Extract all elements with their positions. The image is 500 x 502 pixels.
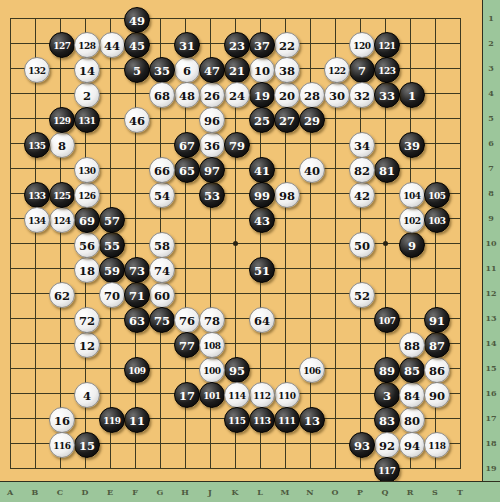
stone-119-black-E17[interactable]: 119 — [99, 407, 125, 433]
move-number: 63 — [129, 314, 145, 328]
row-label-19: 19 — [485, 464, 496, 472]
stone-51-black-L11[interactable]: 51 — [249, 257, 275, 283]
stone-70-white-E12[interactable]: 70 — [99, 282, 125, 308]
move-number: 2 — [83, 89, 91, 103]
go-board[interactable]: 1234567891011121314151617181920212223242… — [0, 0, 483, 482]
move-number: 13 — [304, 414, 320, 428]
stone-5-black-F3[interactable]: 5 — [124, 57, 150, 83]
stone-19-black-L4[interactable]: 19 — [249, 82, 275, 108]
grid-line-row-1 — [10, 18, 461, 19]
move-number: 117 — [378, 466, 395, 476]
move-number: 127 — [53, 41, 70, 51]
move-number: 29 — [304, 114, 320, 128]
move-number: 90 — [429, 389, 445, 403]
move-number: 28 — [304, 89, 320, 103]
stone-97-black-J7[interactable]: 97 — [199, 157, 225, 183]
move-number: 86 — [429, 364, 445, 378]
move-number: 105 — [428, 191, 445, 201]
move-number: 72 — [79, 314, 95, 328]
move-number: 89 — [379, 364, 395, 378]
stone-110-white-M16[interactable]: 110 — [274, 382, 300, 408]
stone-100-white-J15[interactable]: 100 — [199, 357, 225, 383]
move-number: 83 — [379, 414, 395, 428]
stone-76-white-H13[interactable]: 76 — [174, 307, 200, 333]
row-labels-strip — [482, 0, 500, 502]
column-label-D: D — [82, 488, 89, 496]
stone-23-black-K2[interactable]: 23 — [224, 32, 250, 58]
move-number: 97 — [204, 164, 220, 178]
move-number: 35 — [154, 64, 170, 78]
move-number: 112 — [253, 391, 270, 401]
stone-56-white-D10[interactable]: 56 — [74, 232, 100, 258]
move-number: 100 — [203, 366, 220, 376]
stone-34-white-P6[interactable]: 34 — [349, 132, 375, 158]
stone-26-white-J4[interactable]: 26 — [199, 82, 225, 108]
stone-96-white-J5[interactable]: 96 — [199, 107, 225, 133]
stone-93-black-P18[interactable]: 93 — [349, 432, 375, 458]
star-point-Q10 — [383, 241, 388, 246]
stone-33-black-Q4[interactable]: 33 — [374, 82, 400, 108]
move-number: 95 — [229, 364, 245, 378]
column-label-G: G — [157, 488, 164, 496]
column-label-L: L — [257, 488, 263, 496]
move-number: 131 — [78, 116, 95, 126]
move-number: 96 — [204, 114, 220, 128]
row-label-1: 1 — [488, 14, 494, 22]
move-number: 11 — [129, 414, 145, 428]
stone-31-black-H2[interactable]: 31 — [174, 32, 200, 58]
move-number: 119 — [103, 416, 120, 426]
column-label-O: O — [332, 488, 339, 496]
move-number: 48 — [179, 89, 195, 103]
stone-35-black-G3[interactable]: 35 — [149, 57, 175, 83]
move-number: 125 — [53, 191, 70, 201]
stone-81-black-Q7[interactable]: 81 — [374, 157, 400, 183]
stone-62-white-C12[interactable]: 62 — [49, 282, 75, 308]
move-number: 36 — [204, 139, 220, 153]
move-number: 118 — [428, 441, 445, 451]
move-number: 40 — [304, 164, 320, 178]
stone-57-black-E9[interactable]: 57 — [99, 207, 125, 233]
go-game-diagram: 1234567891011121314151617181920212223242… — [0, 0, 500, 502]
move-number: 67 — [179, 139, 195, 153]
stone-94-white-R18[interactable]: 94 — [399, 432, 425, 458]
stone-84-white-R16[interactable]: 84 — [399, 382, 425, 408]
move-number: 128 — [78, 41, 95, 51]
stone-16-white-C17[interactable]: 16 — [49, 407, 75, 433]
column-label-Q: Q — [382, 488, 389, 496]
stone-82-white-P7[interactable]: 82 — [349, 157, 375, 183]
stone-104-white-R8[interactable]: 104 — [399, 182, 425, 208]
stone-108-white-J14[interactable]: 108 — [199, 332, 225, 358]
move-number: 53 — [204, 189, 220, 203]
stone-117-black-Q19[interactable]: 117 — [374, 457, 400, 483]
column-label-S: S — [432, 488, 438, 496]
stone-40-white-N7[interactable]: 40 — [299, 157, 325, 183]
stone-18-white-D11[interactable]: 18 — [74, 257, 100, 283]
row-label-12: 12 — [485, 289, 496, 297]
stone-95-black-K15[interactable]: 95 — [224, 357, 250, 383]
stone-2-white-D4[interactable]: 2 — [74, 82, 100, 108]
stone-6-white-H3[interactable]: 6 — [174, 57, 200, 83]
move-number: 91 — [429, 314, 445, 328]
stone-128-white-D2[interactable]: 128 — [74, 32, 100, 58]
stone-17-black-H16[interactable]: 17 — [174, 382, 200, 408]
stone-68-white-G4[interactable]: 68 — [149, 82, 175, 108]
stone-89-black-Q15[interactable]: 89 — [374, 357, 400, 383]
stone-47-black-J3[interactable]: 47 — [199, 57, 225, 83]
grid-line-row-12 — [10, 293, 461, 294]
stone-130-white-D7[interactable]: 130 — [74, 157, 100, 183]
move-number: 92 — [379, 439, 395, 453]
move-number: 12 — [79, 339, 95, 353]
stone-115-black-K17[interactable]: 115 — [224, 407, 250, 433]
stone-9-black-R10[interactable]: 9 — [399, 232, 425, 258]
move-number: 130 — [78, 166, 95, 176]
row-label-14: 14 — [485, 339, 496, 347]
move-number: 32 — [354, 89, 370, 103]
move-number: 24 — [229, 89, 245, 103]
move-number: 84 — [404, 389, 420, 403]
move-number: 45 — [129, 39, 145, 53]
column-label-A: A — [7, 488, 13, 496]
row-label-8: 8 — [488, 189, 494, 197]
stone-8-white-C6[interactable]: 8 — [49, 132, 75, 158]
column-label-J: J — [208, 488, 212, 496]
move-number: 76 — [179, 314, 195, 328]
stone-48-white-H4[interactable]: 48 — [174, 82, 200, 108]
column-label-K: K — [232, 488, 239, 496]
stone-112-white-L16[interactable]: 112 — [249, 382, 275, 408]
stone-121-black-Q2[interactable]: 121 — [374, 32, 400, 58]
stone-65-black-H7[interactable]: 65 — [174, 157, 200, 183]
stone-20-white-M4[interactable]: 20 — [274, 82, 300, 108]
stone-53-black-J8[interactable]: 53 — [199, 182, 225, 208]
row-label-2: 2 — [488, 39, 494, 47]
move-number: 52 — [354, 289, 370, 303]
move-number: 27 — [279, 114, 295, 128]
move-number: 26 — [204, 89, 220, 103]
stone-131-black-D5[interactable]: 131 — [74, 107, 100, 133]
stone-73-black-F11[interactable]: 73 — [124, 257, 150, 283]
stone-12-white-D14[interactable]: 12 — [74, 332, 100, 358]
move-number: 14 — [79, 64, 95, 78]
move-number: 75 — [154, 314, 170, 328]
row-label-6: 6 — [488, 139, 494, 147]
stone-54-white-G8[interactable]: 54 — [149, 182, 175, 208]
move-number: 39 — [404, 139, 420, 153]
column-label-B: B — [32, 488, 39, 496]
move-number: 43 — [254, 214, 270, 228]
stone-46-white-F5[interactable]: 46 — [124, 107, 150, 133]
move-number: 115 — [228, 416, 245, 426]
stone-85-black-R15[interactable]: 85 — [399, 357, 425, 383]
move-number: 42 — [354, 189, 370, 203]
move-number: 4 — [83, 389, 91, 403]
stone-126-white-D8[interactable]: 126 — [74, 182, 100, 208]
stone-3-black-Q16[interactable]: 3 — [374, 382, 400, 408]
stone-106-white-N15[interactable]: 106 — [299, 357, 325, 383]
move-number: 129 — [53, 116, 70, 126]
stone-69-black-D9[interactable]: 69 — [74, 207, 100, 233]
stone-99-black-L8[interactable]: 99 — [249, 182, 275, 208]
stone-116-white-C18[interactable]: 116 — [49, 432, 75, 458]
move-number: 62 — [54, 289, 70, 303]
move-number: 65 — [179, 164, 195, 178]
move-number: 74 — [154, 264, 170, 278]
stone-66-white-G7[interactable]: 66 — [149, 157, 175, 183]
move-number: 23 — [229, 39, 245, 53]
move-number: 33 — [379, 89, 395, 103]
stone-103-black-S9[interactable]: 103 — [424, 207, 450, 233]
row-label-18: 18 — [485, 439, 496, 447]
move-number: 47 — [204, 64, 220, 78]
stone-4-white-D16[interactable]: 4 — [74, 382, 100, 408]
stone-13-black-N17[interactable]: 13 — [299, 407, 325, 433]
stone-134-white-B9[interactable]: 134 — [24, 207, 50, 233]
stone-83-black-Q17[interactable]: 83 — [374, 407, 400, 433]
column-label-M: M — [281, 488, 290, 496]
stone-63-black-F13[interactable]: 63 — [124, 307, 150, 333]
move-number: 70 — [104, 289, 120, 303]
row-label-4: 4 — [488, 89, 494, 97]
stone-133-black-B8[interactable]: 133 — [24, 182, 50, 208]
stone-29-black-N5[interactable]: 29 — [299, 107, 325, 133]
move-number: 34 — [354, 139, 370, 153]
move-number: 93 — [354, 439, 370, 453]
stone-52-white-P12[interactable]: 52 — [349, 282, 375, 308]
stone-124-white-C9[interactable]: 124 — [49, 207, 75, 233]
stone-107-black-Q13[interactable]: 107 — [374, 307, 400, 333]
move-number: 123 — [378, 66, 395, 76]
stone-135-black-B6[interactable]: 135 — [24, 132, 50, 158]
stone-129-black-C5[interactable]: 129 — [49, 107, 75, 133]
stone-28-white-N4[interactable]: 28 — [299, 82, 325, 108]
move-number: 66 — [154, 164, 170, 178]
stone-86-white-S15[interactable]: 86 — [424, 357, 450, 383]
move-number: 121 — [378, 41, 395, 51]
move-number: 71 — [129, 289, 145, 303]
move-number: 21 — [229, 64, 245, 78]
stone-114-white-K16[interactable]: 114 — [224, 382, 250, 408]
stone-22-white-M2[interactable]: 22 — [274, 32, 300, 58]
stone-1-black-R4[interactable]: 1 — [399, 82, 425, 108]
move-number: 68 — [154, 89, 170, 103]
move-number: 20 — [279, 89, 295, 103]
move-number: 109 — [128, 366, 145, 376]
column-label-T: T — [457, 488, 463, 496]
stone-98-white-M8[interactable]: 98 — [274, 182, 300, 208]
move-number: 101 — [203, 391, 220, 401]
stone-90-white-S16[interactable]: 90 — [424, 382, 450, 408]
stone-75-black-G13[interactable]: 75 — [149, 307, 175, 333]
stone-79-black-K6[interactable]: 79 — [224, 132, 250, 158]
move-number: 98 — [279, 189, 295, 203]
stone-49-black-F1[interactable]: 49 — [124, 7, 150, 33]
move-number: 116 — [53, 441, 70, 451]
stone-64-white-L13[interactable]: 64 — [249, 307, 275, 333]
move-number: 103 — [428, 216, 445, 226]
row-label-13: 13 — [485, 314, 496, 322]
stone-41-black-L7[interactable]: 41 — [249, 157, 275, 183]
stone-55-black-E10[interactable]: 55 — [99, 232, 125, 258]
stone-123-black-Q3[interactable]: 123 — [374, 57, 400, 83]
stone-132-white-B3[interactable]: 132 — [24, 57, 50, 83]
stone-91-black-S13[interactable]: 91 — [424, 307, 450, 333]
move-number: 7 — [358, 64, 366, 78]
row-label-3: 3 — [488, 64, 494, 72]
stone-32-white-P4[interactable]: 32 — [349, 82, 375, 108]
stone-101-black-J16[interactable]: 101 — [199, 382, 225, 408]
move-number: 135 — [28, 141, 45, 151]
stone-59-black-E11[interactable]: 59 — [99, 257, 125, 283]
column-labels-strip — [0, 481, 500, 502]
move-number: 111 — [278, 416, 295, 426]
move-number: 81 — [379, 164, 395, 178]
stone-42-white-P8[interactable]: 42 — [349, 182, 375, 208]
move-number: 55 — [104, 239, 120, 253]
stone-113-black-L17[interactable]: 113 — [249, 407, 275, 433]
stone-58-white-G10[interactable]: 58 — [149, 232, 175, 258]
row-label-11: 11 — [485, 264, 496, 272]
stone-43-black-L9[interactable]: 43 — [249, 207, 275, 233]
column-label-C: C — [57, 488, 63, 496]
stone-87-black-S14[interactable]: 87 — [424, 332, 450, 358]
stone-27-black-M5[interactable]: 27 — [274, 107, 300, 133]
column-label-P: P — [357, 488, 363, 496]
stone-50-white-P10[interactable]: 50 — [349, 232, 375, 258]
stone-45-black-F2[interactable]: 45 — [124, 32, 150, 58]
move-number: 69 — [79, 214, 95, 228]
stone-88-white-R14[interactable]: 88 — [399, 332, 425, 358]
stone-25-black-L5[interactable]: 25 — [249, 107, 275, 133]
move-number: 78 — [204, 314, 220, 328]
stone-30-white-O4[interactable]: 30 — [324, 82, 350, 108]
stone-38-white-M3[interactable]: 38 — [274, 57, 300, 83]
move-number: 124 — [53, 216, 70, 226]
column-label-H: H — [181, 488, 189, 496]
move-number: 122 — [328, 66, 345, 76]
move-number: 110 — [278, 391, 295, 401]
move-number: 16 — [54, 414, 70, 428]
move-number: 73 — [129, 264, 145, 278]
move-number: 22 — [279, 39, 295, 53]
move-number: 18 — [79, 264, 95, 278]
column-label-R: R — [407, 488, 414, 496]
move-number: 17 — [179, 389, 195, 403]
row-label-5: 5 — [488, 114, 494, 122]
stone-71-black-F12[interactable]: 71 — [124, 282, 150, 308]
move-number: 31 — [179, 39, 195, 53]
move-number: 50 — [354, 239, 370, 253]
stone-67-black-H6[interactable]: 67 — [174, 132, 200, 158]
move-number: 15 — [79, 439, 95, 453]
stone-37-black-L2[interactable]: 37 — [249, 32, 275, 58]
move-number: 64 — [254, 314, 270, 328]
stone-122-white-O3[interactable]: 122 — [324, 57, 350, 83]
stone-72-white-D13[interactable]: 72 — [74, 307, 100, 333]
stone-60-white-G12[interactable]: 60 — [149, 282, 175, 308]
move-number: 99 — [254, 189, 270, 203]
row-label-9: 9 — [488, 214, 494, 222]
stone-92-white-Q18[interactable]: 92 — [374, 432, 400, 458]
stone-102-white-R9[interactable]: 102 — [399, 207, 425, 233]
move-number: 132 — [28, 66, 45, 76]
move-number: 38 — [279, 64, 295, 78]
row-label-10: 10 — [485, 239, 496, 247]
move-number: 134 — [28, 216, 45, 226]
stone-39-black-R6[interactable]: 39 — [399, 132, 425, 158]
stone-7-black-P3[interactable]: 7 — [349, 57, 375, 83]
stone-105-black-S8[interactable]: 105 — [424, 182, 450, 208]
move-number: 79 — [229, 139, 245, 153]
stone-14-white-D3[interactable]: 14 — [74, 57, 100, 83]
move-number: 9 — [408, 239, 416, 253]
stone-125-black-C8[interactable]: 125 — [49, 182, 75, 208]
move-number: 44 — [104, 39, 120, 53]
move-number: 46 — [129, 114, 145, 128]
move-number: 133 — [28, 191, 45, 201]
stone-109-black-F15[interactable]: 109 — [124, 357, 150, 383]
move-number: 54 — [154, 189, 170, 203]
row-label-15: 15 — [485, 364, 496, 372]
row-label-17: 17 — [485, 414, 496, 422]
move-number: 94 — [404, 439, 420, 453]
stone-21-black-K3[interactable]: 21 — [224, 57, 250, 83]
row-label-16: 16 — [485, 389, 496, 397]
move-number: 102 — [403, 216, 420, 226]
move-number: 8 — [58, 139, 66, 153]
move-number: 6 — [183, 64, 191, 78]
stone-44-white-E2[interactable]: 44 — [99, 32, 125, 58]
move-number: 37 — [254, 39, 270, 53]
move-number: 104 — [403, 191, 420, 201]
move-number: 114 — [228, 391, 245, 401]
move-number: 51 — [254, 264, 270, 278]
stone-11-black-F17[interactable]: 11 — [124, 407, 150, 433]
move-number: 106 — [303, 366, 320, 376]
stone-78-white-J13[interactable]: 78 — [199, 307, 225, 333]
stone-118-white-S18[interactable]: 118 — [424, 432, 450, 458]
stone-74-white-G11[interactable]: 74 — [149, 257, 175, 283]
move-number: 25 — [254, 114, 270, 128]
move-number: 5 — [133, 64, 141, 78]
stone-15-black-D18[interactable]: 15 — [74, 432, 100, 458]
move-number: 56 — [79, 239, 95, 253]
move-number: 60 — [154, 289, 170, 303]
move-number: 77 — [179, 339, 195, 353]
stone-120-white-P2[interactable]: 120 — [349, 32, 375, 58]
move-number: 1 — [408, 89, 416, 103]
stone-77-black-H14[interactable]: 77 — [174, 332, 200, 358]
stone-36-white-J6[interactable]: 36 — [199, 132, 225, 158]
move-number: 82 — [354, 164, 370, 178]
column-label-N: N — [306, 488, 313, 496]
move-number: 108 — [203, 341, 220, 351]
move-number: 49 — [129, 14, 145, 28]
stone-127-black-C2[interactable]: 127 — [49, 32, 75, 58]
stone-111-black-M17[interactable]: 111 — [274, 407, 300, 433]
move-number: 10 — [254, 64, 270, 78]
column-label-E: E — [107, 488, 113, 496]
move-number: 3 — [383, 389, 391, 403]
move-number: 59 — [104, 264, 120, 278]
move-number: 107 — [378, 316, 395, 326]
star-point-K10 — [233, 241, 238, 246]
stone-10-white-L3[interactable]: 10 — [249, 57, 275, 83]
stone-24-white-K4[interactable]: 24 — [224, 82, 250, 108]
stone-80-white-R17[interactable]: 80 — [399, 407, 425, 433]
